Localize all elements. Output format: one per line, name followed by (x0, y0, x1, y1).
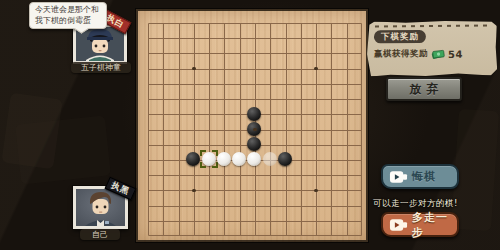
player-name: 自己 (80, 229, 120, 240)
gomoku-board[interactable] (136, 9, 368, 242)
money-icon (430, 48, 445, 60)
reward-panel: 下棋奖励 赢棋获得奖励 54 (367, 21, 497, 77)
white-stone (232, 152, 246, 166)
give-up-label: 放弃 (405, 81, 444, 98)
white-stone (217, 152, 231, 166)
star-point (314, 189, 318, 193)
undo-label: 悔棋 (412, 169, 436, 184)
black-stone (247, 137, 261, 151)
extra-move-hint: 可以走一步对方的棋! (373, 198, 497, 210)
black-stone (278, 152, 292, 166)
background-blur-shape (1, 93, 62, 170)
black-stone (186, 152, 200, 166)
board-cell (247, 106, 262, 121)
board-cell (216, 152, 231, 167)
board-cell (247, 137, 262, 152)
extra-move-label: 多走一步 (412, 210, 451, 240)
opponent-name: 五子棋神童 (71, 62, 131, 73)
opponent-speech-bubble: 今天谁会是那个和我下棋的倒霉蛋 (29, 2, 107, 29)
extra-move-hint-text: 可以走一步对方的棋! (373, 198, 458, 208)
board-cell (201, 152, 216, 167)
paper-stitches (375, 25, 489, 28)
player-name-text: 自己 (92, 230, 108, 239)
background-blur-shape (15, 115, 111, 184)
opponent-name-text: 五子棋神童 (81, 63, 121, 72)
reward-title-text: 下棋奖励 (381, 31, 419, 41)
star-point (192, 189, 196, 193)
extra-move-button[interactable]: 多走一步 (381, 212, 459, 237)
white-stone (247, 152, 261, 166)
board-cell (277, 152, 292, 167)
board-cell (232, 152, 247, 167)
game-screen: 今天谁会是那个和我下棋的倒霉蛋 执白 五子棋神童 (0, 0, 500, 250)
reward-title: 下棋奖励 (374, 30, 426, 43)
opponent-speech-text: 今天谁会是那个和我下棋的倒霉蛋 (35, 5, 99, 25)
star-point (192, 67, 196, 71)
reward-line-text: 赢棋获得奖励 (374, 48, 428, 60)
board-cell (247, 152, 262, 167)
black-stone (247, 107, 261, 121)
reward-amount: 54 (448, 48, 463, 59)
undo-button[interactable]: 悔棋 (381, 164, 459, 189)
reward-line: 赢棋获得奖励 54 (374, 48, 463, 61)
video-ad-icon (389, 218, 408, 232)
video-ad-icon (389, 170, 408, 184)
board-cell (262, 152, 277, 167)
last-move-marker (200, 150, 218, 168)
ghost-white-stone (263, 152, 277, 166)
star-point (253, 128, 257, 132)
give-up-button[interactable]: 放弃 (386, 77, 462, 101)
